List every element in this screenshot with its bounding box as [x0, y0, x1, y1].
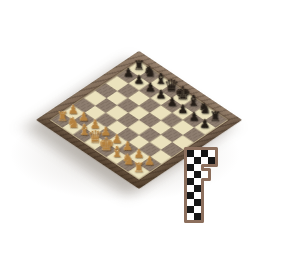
logo-cell — [194, 213, 201, 220]
logo-cell — [208, 150, 215, 157]
logo-cell — [194, 164, 201, 171]
logo-cell — [187, 213, 194, 220]
logo-cell — [187, 178, 194, 185]
logo-cell — [187, 164, 194, 171]
logo-cell — [187, 192, 194, 199]
logo-cell — [194, 178, 201, 185]
logo-cell — [187, 185, 194, 192]
logo-cell — [201, 171, 208, 178]
logo-cell — [187, 171, 194, 178]
logo-cell — [194, 206, 201, 213]
logo-cell — [201, 157, 208, 164]
logo-cell — [194, 199, 201, 206]
logo-cell — [208, 157, 215, 164]
black-rook: ♜ — [133, 58, 145, 71]
logo-cell — [194, 192, 201, 199]
logo-cell — [187, 206, 194, 213]
logo-cell — [194, 185, 201, 192]
logo-cell — [194, 150, 201, 157]
logo-cell — [194, 171, 201, 178]
chess-set-photo: ♜♞♝♛♚♝♞♜♟♟♟♟♟♟♟♟♟♟♟♟♟♟♟♟♜♞♝♛♚♝♞♜ — [0, 0, 292, 261]
logo-cell — [187, 199, 194, 206]
logo-cell — [201, 150, 208, 157]
logo-cell — [187, 150, 194, 157]
checkered-f-logo — [184, 147, 218, 223]
logo-cell — [187, 157, 194, 164]
logo-cell — [194, 157, 201, 164]
